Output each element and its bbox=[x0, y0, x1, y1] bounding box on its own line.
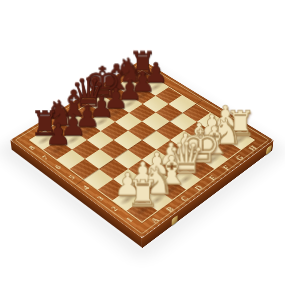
chess-board: ABCDEFGH 87654321 ♜♞♝♛♚♝♞♜♟♟♟♟♟♟♟♟♟♟♟♟♟♟… bbox=[10, 60, 273, 238]
black-pawn-glyph: ♟ bbox=[38, 120, 78, 149]
chess-set-photo: ABCDEFGH 87654321 ♜♞♝♛♚♝♞♜♟♟♟♟♟♟♟♟♟♟♟♟♟♟… bbox=[0, 0, 285, 285]
white-rook-glyph: ♜ bbox=[121, 174, 164, 211]
